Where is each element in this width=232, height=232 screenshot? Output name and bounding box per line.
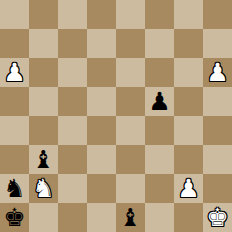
square-h5[interactable] <box>203 87 232 116</box>
square-a8[interactable] <box>0 0 29 29</box>
square-a6[interactable]: ♟ <box>0 58 29 87</box>
square-b2[interactable]: ♞ <box>29 174 58 203</box>
square-c2[interactable] <box>58 174 87 203</box>
square-c5[interactable] <box>58 87 87 116</box>
square-d3[interactable] <box>87 145 116 174</box>
square-e7[interactable] <box>116 29 145 58</box>
square-f3[interactable] <box>145 145 174 174</box>
square-d2[interactable] <box>87 174 116 203</box>
square-h8[interactable] <box>203 0 232 29</box>
square-d5[interactable] <box>87 87 116 116</box>
square-g1[interactable] <box>174 203 203 232</box>
square-a7[interactable] <box>0 29 29 58</box>
square-g5[interactable] <box>174 87 203 116</box>
square-b3[interactable]: ♝ <box>29 145 58 174</box>
square-d1[interactable] <box>87 203 116 232</box>
square-f4[interactable] <box>145 116 174 145</box>
square-b4[interactable] <box>29 116 58 145</box>
square-b6[interactable] <box>29 58 58 87</box>
square-g8[interactable] <box>174 0 203 29</box>
square-g4[interactable] <box>174 116 203 145</box>
square-c8[interactable] <box>58 0 87 29</box>
piece-white-pawn[interactable]: ♟ <box>3 58 25 87</box>
square-c3[interactable] <box>58 145 87 174</box>
square-b1[interactable] <box>29 203 58 232</box>
square-f7[interactable] <box>145 29 174 58</box>
square-e8[interactable] <box>116 0 145 29</box>
square-f8[interactable] <box>145 0 174 29</box>
square-c4[interactable] <box>58 116 87 145</box>
piece-white-king[interactable]: ♚ <box>206 203 228 232</box>
square-h1[interactable]: ♚ <box>203 203 232 232</box>
square-b7[interactable] <box>29 29 58 58</box>
square-h6[interactable]: ♟ <box>203 58 232 87</box>
square-h2[interactable] <box>203 174 232 203</box>
piece-black-knight[interactable]: ♞ <box>3 174 25 203</box>
square-e6[interactable] <box>116 58 145 87</box>
square-a1[interactable]: ♚ <box>0 203 29 232</box>
chess-board: ♟♟♟♝♞♞♟♚♝♚ <box>0 0 232 232</box>
square-g3[interactable] <box>174 145 203 174</box>
square-f6[interactable] <box>145 58 174 87</box>
square-g6[interactable] <box>174 58 203 87</box>
square-e4[interactable] <box>116 116 145 145</box>
square-e5[interactable] <box>116 87 145 116</box>
square-d6[interactable] <box>87 58 116 87</box>
piece-white-pawn[interactable]: ♟ <box>206 58 228 87</box>
piece-black-pawn[interactable]: ♟ <box>148 87 170 116</box>
square-f2[interactable] <box>145 174 174 203</box>
square-d4[interactable] <box>87 116 116 145</box>
square-h3[interactable] <box>203 145 232 174</box>
square-h4[interactable] <box>203 116 232 145</box>
square-a2[interactable]: ♞ <box>0 174 29 203</box>
square-a5[interactable] <box>0 87 29 116</box>
piece-black-bishop[interactable]: ♝ <box>119 203 141 232</box>
square-e1[interactable]: ♝ <box>116 203 145 232</box>
square-g7[interactable] <box>174 29 203 58</box>
square-f1[interactable] <box>145 203 174 232</box>
square-d8[interactable] <box>87 0 116 29</box>
square-e2[interactable] <box>116 174 145 203</box>
square-a3[interactable] <box>0 145 29 174</box>
square-c6[interactable] <box>58 58 87 87</box>
square-g2[interactable]: ♟ <box>174 174 203 203</box>
square-f5[interactable]: ♟ <box>145 87 174 116</box>
piece-white-pawn[interactable]: ♟ <box>177 174 199 203</box>
square-c1[interactable] <box>58 203 87 232</box>
square-h7[interactable] <box>203 29 232 58</box>
piece-white-knight[interactable]: ♞ <box>32 174 54 203</box>
square-b8[interactable] <box>29 0 58 29</box>
square-e3[interactable] <box>116 145 145 174</box>
square-a4[interactable] <box>0 116 29 145</box>
square-c7[interactable] <box>58 29 87 58</box>
square-b5[interactable] <box>29 87 58 116</box>
square-d7[interactable] <box>87 29 116 58</box>
piece-black-bishop[interactable]: ♝ <box>32 145 54 174</box>
piece-black-king[interactable]: ♚ <box>3 203 25 232</box>
